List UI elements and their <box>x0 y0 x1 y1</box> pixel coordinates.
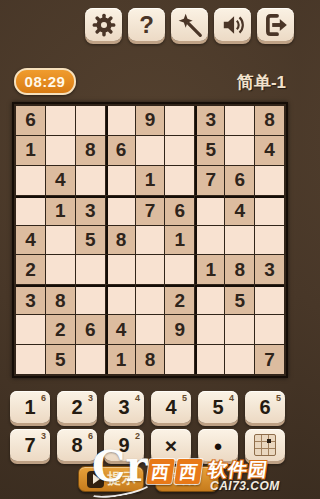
key-4[interactable]: 45 <box>151 391 191 423</box>
cell-r7c8[interactable]: 5 <box>225 285 254 314</box>
cell-r9c4[interactable]: 1 <box>106 345 135 374</box>
timer-badge: 08:29 <box>14 68 76 95</box>
cell-r9c9[interactable]: 7 <box>255 345 284 374</box>
cell-r4c8[interactable]: 4 <box>225 196 254 225</box>
status-row: 08:29 简单-1 <box>14 68 290 96</box>
cell-r2c4[interactable]: 6 <box>106 136 135 165</box>
cell-r9c2[interactable]: 5 <box>46 345 75 374</box>
key-5[interactable]: 54 <box>198 391 238 423</box>
gear-icon <box>91 12 117 38</box>
cell-r6c2[interactable] <box>46 255 75 284</box>
pause-button-label: 暂停 <box>173 470 201 488</box>
pause-button[interactable]: 暂停 <box>155 466 219 492</box>
cell-r4c3[interactable]: 3 <box>76 196 105 225</box>
cell-r5c3[interactable]: 5 <box>76 226 105 255</box>
cell-r4c1[interactable] <box>16 196 45 225</box>
key-7-count: 3 <box>41 431 46 441</box>
cell-r9c1[interactable] <box>16 345 45 374</box>
key-3-count: 4 <box>135 393 140 403</box>
cell-r2c1[interactable]: 1 <box>16 136 45 165</box>
cell-r9c6[interactable] <box>165 345 194 374</box>
help-button[interactable]: ? <box>128 8 165 41</box>
cell-r5c1[interactable]: 4 <box>16 226 45 255</box>
cell-r4c4[interactable] <box>106 196 135 225</box>
cell-r8c1[interactable] <box>16 315 45 344</box>
cell-r5c2[interactable] <box>46 226 75 255</box>
sudoku-board: 69381865441761376445812183382526495187 <box>12 102 288 378</box>
cell-r3c3[interactable] <box>76 166 105 195</box>
cell-r7c9[interactable] <box>255 285 284 314</box>
cell-r1c9[interactable]: 8 <box>255 106 284 135</box>
cell-r8c2[interactable]: 2 <box>46 315 75 344</box>
cell-r3c1[interactable] <box>16 166 45 195</box>
settings-button[interactable] <box>85 8 122 41</box>
cell-r2c8[interactable] <box>225 136 254 165</box>
cell-r3c4[interactable] <box>106 166 135 195</box>
cell-r9c7[interactable] <box>195 345 224 374</box>
wand-icon <box>177 12 203 38</box>
cell-r6c3[interactable] <box>76 255 105 284</box>
cell-r5c9[interactable] <box>255 226 284 255</box>
cell-r4c7[interactable] <box>195 196 224 225</box>
speaker-icon <box>220 12 246 38</box>
cell-r1c6[interactable] <box>165 106 194 135</box>
cell-r3c8[interactable]: 6 <box>225 166 254 195</box>
mark-key[interactable]: ● <box>198 429 238 461</box>
toolbar: ? <box>85 8 294 41</box>
cell-r8c4[interactable]: 4 <box>106 315 135 344</box>
cell-r7c5[interactable] <box>136 285 165 314</box>
cell-r7c4[interactable] <box>106 285 135 314</box>
sound-button[interactable] <box>214 8 251 41</box>
cell-r1c3[interactable] <box>76 106 105 135</box>
key-3[interactable]: 34 <box>104 391 144 423</box>
cell-r9c8[interactable] <box>225 345 254 374</box>
cell-r5c8[interactable] <box>225 226 254 255</box>
cell-r7c7[interactable] <box>195 285 224 314</box>
cell-r9c5[interactable]: 8 <box>136 345 165 374</box>
cell-r8c6[interactable]: 9 <box>165 315 194 344</box>
play-icon <box>87 471 104 488</box>
cell-r5c7[interactable] <box>195 226 224 255</box>
cell-r2c5[interactable] <box>136 136 165 165</box>
cell-r5c4[interactable]: 8 <box>106 226 135 255</box>
key-6-count: 5 <box>276 393 281 403</box>
key-1[interactable]: 16 <box>10 391 50 423</box>
cell-r5c6[interactable]: 1 <box>165 226 194 255</box>
cell-r7c1[interactable]: 3 <box>16 285 45 314</box>
level-label: 简单-1 <box>237 71 286 94</box>
cell-r8c3[interactable]: 6 <box>76 315 105 344</box>
cell-r4c2[interactable]: 1 <box>46 196 75 225</box>
key-2[interactable]: 23 <box>57 391 97 423</box>
key-2-count: 3 <box>88 393 93 403</box>
cell-r1c2[interactable] <box>46 106 75 135</box>
cell-r5c5[interactable] <box>136 226 165 255</box>
cell-r4c6[interactable]: 6 <box>165 196 194 225</box>
cell-r8c5[interactable] <box>136 315 165 344</box>
cell-r2c2[interactable] <box>46 136 75 165</box>
notes-key[interactable] <box>245 429 285 461</box>
cell-r4c9[interactable] <box>255 196 284 225</box>
key-7[interactable]: 73 <box>10 429 50 461</box>
cell-r6c9[interactable]: 3 <box>255 255 284 284</box>
cell-r3c7[interactable]: 7 <box>195 166 224 195</box>
cell-r1c5[interactable]: 9 <box>136 106 165 135</box>
cell-r6c8[interactable]: 8 <box>225 255 254 284</box>
mini-grid-icon <box>254 434 276 456</box>
key-9[interactable]: 92 <box>104 429 144 461</box>
hint-wand-button[interactable] <box>171 8 208 41</box>
cell-r3c5[interactable]: 1 <box>136 166 165 195</box>
cell-r6c6[interactable] <box>165 255 194 284</box>
hint-button-label: 提示 <box>108 470 136 488</box>
cell-r7c2[interactable]: 8 <box>46 285 75 314</box>
cell-r6c4[interactable] <box>106 255 135 284</box>
cell-r2c3[interactable]: 8 <box>76 136 105 165</box>
exit-icon <box>263 12 289 38</box>
key-1-count: 6 <box>41 393 46 403</box>
cell-r3c2[interactable]: 4 <box>46 166 75 195</box>
dot-icon: ● <box>213 438 222 453</box>
cell-r6c1[interactable]: 2 <box>16 255 45 284</box>
cell-r8c9[interactable] <box>255 315 284 344</box>
exit-button[interactable] <box>257 8 294 41</box>
key-6[interactable]: 65 <box>245 391 285 423</box>
cell-r1c8[interactable] <box>225 106 254 135</box>
cell-r3c9[interactable] <box>255 166 284 195</box>
cell-r6c7[interactable]: 1 <box>195 255 224 284</box>
cell-r2c9[interactable]: 4 <box>255 136 284 165</box>
keypad: 162334455465738692×● <box>10 391 290 461</box>
cell-r9c3[interactable] <box>76 345 105 374</box>
erase-key[interactable]: × <box>151 429 191 461</box>
cell-r4c5[interactable]: 7 <box>136 196 165 225</box>
question-icon: ? <box>139 13 154 37</box>
erase-icon: × <box>165 435 177 456</box>
cell-r1c1[interactable]: 6 <box>16 106 45 135</box>
cell-r8c7[interactable] <box>195 315 224 344</box>
key-4-count: 5 <box>182 393 187 403</box>
cell-r1c7[interactable]: 3 <box>195 106 224 135</box>
cell-r7c6[interactable]: 2 <box>165 285 194 314</box>
cell-r2c6[interactable] <box>165 136 194 165</box>
cell-r7c3[interactable] <box>76 285 105 314</box>
cell-r2c7[interactable]: 5 <box>195 136 224 165</box>
cell-r8c8[interactable] <box>225 315 254 344</box>
watermark-domain: CAI73.COM <box>210 479 280 493</box>
cell-r3c6[interactable] <box>165 166 194 195</box>
key-9-count: 2 <box>135 431 140 441</box>
cell-r6c5[interactable] <box>136 255 165 284</box>
cell-r1c4[interactable] <box>106 106 135 135</box>
key-8[interactable]: 86 <box>57 429 97 461</box>
key-8-count: 6 <box>88 431 93 441</box>
key-5-count: 4 <box>229 393 234 403</box>
hint-button[interactable]: 提示 <box>78 466 144 492</box>
